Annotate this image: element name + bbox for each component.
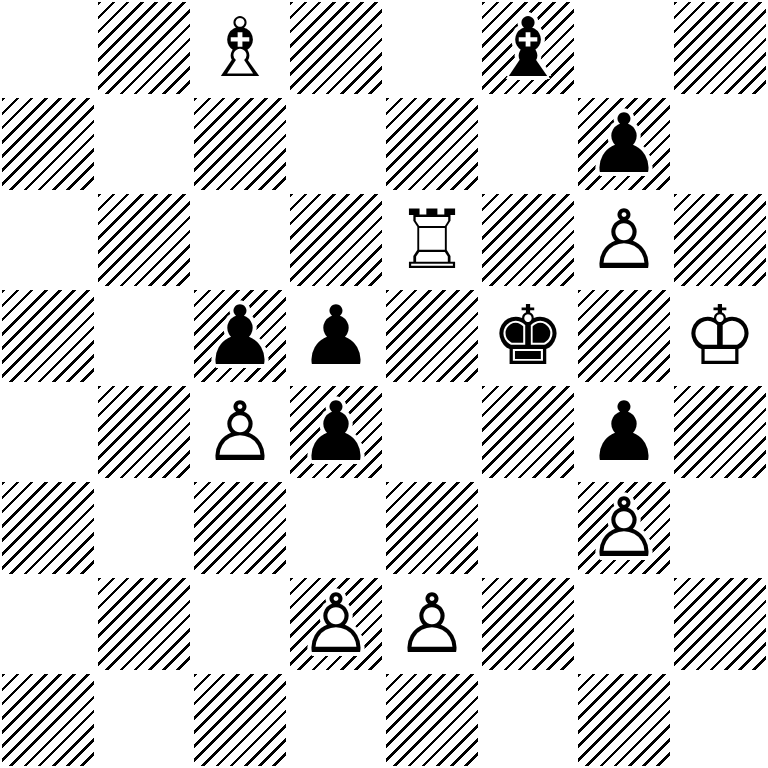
piece-halo: ♟︎ (299, 386, 373, 478)
square-g4[interactable]: ♟︎♟︎ (576, 384, 672, 480)
square-b4[interactable] (96, 384, 192, 480)
square-d7[interactable] (288, 96, 384, 192)
square-d5[interactable]: ♟︎♟︎ (288, 288, 384, 384)
square-f2[interactable] (480, 576, 576, 672)
piece-halo: ♟︎ (587, 194, 661, 286)
white-bishop-piece: ♝︎♗︎ (192, 0, 288, 96)
square-a3[interactable] (0, 480, 96, 576)
piece-halo: ♚︎ (491, 290, 565, 382)
black-pawn-piece: ♟︎♟︎ (578, 98, 670, 190)
white-pawn-piece: ♟︎♙︎ (384, 576, 480, 672)
black-pawn-icon: ♟︎ (299, 386, 373, 478)
square-d6[interactable] (288, 192, 384, 288)
square-e5[interactable] (384, 288, 480, 384)
square-e1[interactable] (384, 672, 480, 768)
square-c1[interactable] (192, 672, 288, 768)
square-g5[interactable] (576, 288, 672, 384)
black-king-piece: ♚︎♚︎ (480, 288, 576, 384)
square-c5[interactable]: ♟︎♟︎ (192, 288, 288, 384)
white-rook-piece: ♜︎♖︎ (384, 192, 480, 288)
piece-halo: ♝︎ (491, 2, 565, 94)
square-d3[interactable] (288, 480, 384, 576)
piece-halo: ♟︎ (395, 578, 469, 670)
square-b7[interactable] (96, 96, 192, 192)
square-b3[interactable] (96, 480, 192, 576)
white-pawn-icon: ♙︎ (395, 578, 469, 670)
square-e3[interactable] (384, 480, 480, 576)
white-pawn-icon: ♙︎ (203, 386, 277, 478)
square-a1[interactable] (0, 672, 96, 768)
chess-board: ♝︎♗︎♝︎♝︎♟︎♟︎♜︎♖︎♟︎♙︎♟︎♟︎♟︎♟︎♚︎♚︎♚︎♔︎♟︎♙︎… (0, 0, 768, 768)
black-king-icon: ♚︎ (491, 290, 565, 382)
square-b6[interactable] (96, 192, 192, 288)
square-c4[interactable]: ♟︎♙︎ (192, 384, 288, 480)
white-pawn-piece: ♟︎♙︎ (290, 578, 382, 670)
square-a5[interactable] (0, 288, 96, 384)
square-h1[interactable] (672, 672, 768, 768)
square-e8[interactable] (384, 0, 480, 96)
white-pawn-piece: ♟︎♙︎ (576, 192, 672, 288)
piece-halo: ♟︎ (203, 386, 277, 478)
piece-halo: ♟︎ (299, 578, 373, 670)
square-h5[interactable]: ♚︎♔︎ (672, 288, 768, 384)
square-f7[interactable] (480, 96, 576, 192)
square-h3[interactable] (672, 480, 768, 576)
white-bishop-icon: ♗︎ (203, 2, 277, 94)
black-pawn-icon: ♟︎ (203, 290, 277, 382)
square-a2[interactable] (0, 576, 96, 672)
piece-halo: ♟︎ (587, 386, 661, 478)
square-a6[interactable] (0, 192, 96, 288)
white-pawn-piece: ♟︎♙︎ (578, 482, 670, 574)
square-c7[interactable] (192, 96, 288, 192)
white-pawn-icon: ♙︎ (587, 194, 661, 286)
piece-halo: ♟︎ (587, 482, 661, 574)
square-c3[interactable] (192, 480, 288, 576)
square-a4[interactable] (0, 384, 96, 480)
square-b8[interactable] (96, 0, 192, 96)
black-pawn-piece: ♟︎♟︎ (288, 288, 384, 384)
square-d4[interactable]: ♟︎♟︎ (288, 384, 384, 480)
square-c8[interactable]: ♝︎♗︎ (192, 0, 288, 96)
square-h8[interactable] (672, 0, 768, 96)
piece-halo: ♟︎ (299, 290, 373, 382)
black-pawn-icon: ♟︎ (587, 386, 661, 478)
square-e7[interactable] (384, 96, 480, 192)
piece-halo: ♟︎ (587, 98, 661, 190)
square-d2[interactable]: ♟︎♙︎ (288, 576, 384, 672)
square-h2[interactable] (672, 576, 768, 672)
square-f5[interactable]: ♚︎♚︎ (480, 288, 576, 384)
piece-halo: ♝︎ (203, 2, 277, 94)
square-b2[interactable] (96, 576, 192, 672)
square-g6[interactable]: ♟︎♙︎ (576, 192, 672, 288)
square-f1[interactable] (480, 672, 576, 768)
square-g7[interactable]: ♟︎♟︎ (576, 96, 672, 192)
square-f4[interactable] (480, 384, 576, 480)
square-g1[interactable] (576, 672, 672, 768)
black-pawn-icon: ♟︎ (587, 98, 661, 190)
square-f3[interactable] (480, 480, 576, 576)
white-rook-icon: ♖︎ (395, 194, 469, 286)
square-h4[interactable] (672, 384, 768, 480)
white-pawn-icon: ♙︎ (299, 578, 373, 670)
piece-halo: ♚︎ (683, 290, 757, 382)
black-pawn-piece: ♟︎♟︎ (290, 386, 382, 478)
square-f6[interactable] (480, 192, 576, 288)
piece-halo: ♜︎ (395, 194, 469, 286)
square-c6[interactable] (192, 192, 288, 288)
square-d8[interactable] (288, 0, 384, 96)
square-e6[interactable]: ♜︎♖︎ (384, 192, 480, 288)
black-pawn-piece: ♟︎♟︎ (194, 290, 286, 382)
square-h7[interactable] (672, 96, 768, 192)
black-bishop-piece: ♝︎♝︎ (482, 2, 574, 94)
square-a8[interactable] (0, 0, 96, 96)
white-pawn-piece: ♟︎♙︎ (192, 384, 288, 480)
black-pawn-piece: ♟︎♟︎ (576, 384, 672, 480)
black-pawn-icon: ♟︎ (299, 290, 373, 382)
square-e2[interactable]: ♟︎♙︎ (384, 576, 480, 672)
white-king-icon: ♔︎ (683, 290, 757, 382)
square-g8[interactable] (576, 0, 672, 96)
square-c2[interactable] (192, 576, 288, 672)
square-a7[interactable] (0, 96, 96, 192)
square-h6[interactable] (672, 192, 768, 288)
square-d1[interactable] (288, 672, 384, 768)
square-f8[interactable]: ♝︎♝︎ (480, 0, 576, 96)
square-g3[interactable]: ♟︎♙︎ (576, 480, 672, 576)
square-b5[interactable] (96, 288, 192, 384)
square-b1[interactable] (96, 672, 192, 768)
white-king-piece: ♚︎♔︎ (672, 288, 768, 384)
white-pawn-icon: ♙︎ (587, 482, 661, 574)
square-g2[interactable] (576, 576, 672, 672)
square-e4[interactable] (384, 384, 480, 480)
piece-halo: ♟︎ (203, 290, 277, 382)
black-bishop-icon: ♝︎ (491, 2, 565, 94)
